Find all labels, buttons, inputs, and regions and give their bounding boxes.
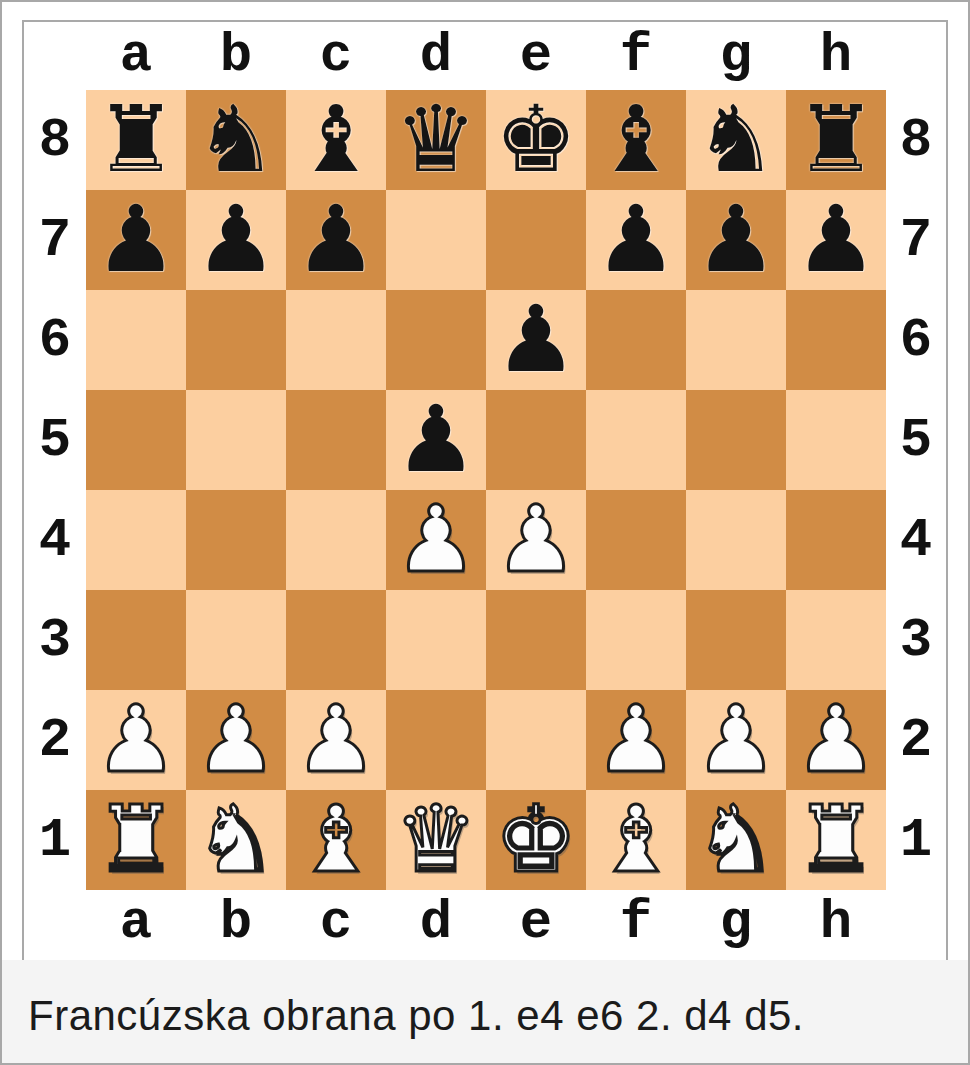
rank-label-1-left: 1 <box>24 790 86 890</box>
square-h3[interactable] <box>786 590 886 690</box>
square-f6[interactable] <box>586 290 686 390</box>
square-g8[interactable]: ♞ <box>686 90 786 190</box>
square-d1[interactable]: ♛ <box>386 790 486 890</box>
file-label-d-top: d <box>386 22 486 90</box>
square-h7[interactable]: ♟ <box>786 190 886 290</box>
square-c3[interactable] <box>286 590 386 690</box>
black-rook: ♜ <box>795 90 877 190</box>
corner-spacer <box>886 890 946 960</box>
square-g5[interactable] <box>686 390 786 490</box>
square-f7[interactable]: ♟ <box>586 190 686 290</box>
square-a7[interactable]: ♟ <box>86 190 186 290</box>
white-bishop: ♝ <box>595 790 677 890</box>
square-c6[interactable] <box>286 290 386 390</box>
square-e3[interactable] <box>486 590 586 690</box>
white-pawn: ♟ <box>295 690 377 790</box>
black-pawn: ♟ <box>595 190 677 290</box>
file-label-e-top: e <box>486 22 586 90</box>
white-king: ♚ <box>495 790 577 890</box>
white-knight: ♞ <box>195 790 277 890</box>
square-b5[interactable] <box>186 390 286 490</box>
square-f2[interactable]: ♟ <box>586 690 686 790</box>
caption: Francúzska obrana po 1. e4 e6 2. d4 d5. <box>2 960 968 1040</box>
caption-area: Francúzska obrana po 1. e4 e6 2. d4 d5. <box>2 960 968 1063</box>
square-b1[interactable]: ♞ <box>186 790 286 890</box>
file-label-c-top: c <box>286 22 386 90</box>
square-g1[interactable]: ♞ <box>686 790 786 890</box>
corner-spacer <box>24 890 86 960</box>
chess-board: abcdefgh8♜♞♝♛♚♝♞♜87♟♟♟♟♟♟76♟65♟54♟♟4332♟… <box>24 22 946 960</box>
square-b7[interactable]: ♟ <box>186 190 286 290</box>
rank-label-5-left: 5 <box>24 390 86 490</box>
file-label-g-top: g <box>686 22 786 90</box>
file-label-c-bottom: c <box>286 890 386 960</box>
rank-label-2-right: 2 <box>886 690 946 790</box>
square-c5[interactable] <box>286 390 386 490</box>
square-h5[interactable] <box>786 390 886 490</box>
white-pawn: ♟ <box>595 690 677 790</box>
rank-label-7-left: 7 <box>24 190 86 290</box>
rank-label-5-right: 5 <box>886 390 946 490</box>
white-pawn: ♟ <box>195 690 277 790</box>
square-e4[interactable]: ♟ <box>486 490 586 590</box>
chess-diagram-thumbnail: abcdefgh8♜♞♝♛♚♝♞♜87♟♟♟♟♟♟76♟65♟54♟♟4332♟… <box>0 0 970 1065</box>
square-g6[interactable] <box>686 290 786 390</box>
square-e5[interactable] <box>486 390 586 490</box>
rank-label-6-right: 6 <box>886 290 946 390</box>
file-label-a-bottom: a <box>86 890 186 960</box>
rank-label-7-right: 7 <box>886 190 946 290</box>
rank-label-6-left: 6 <box>24 290 86 390</box>
square-h4[interactable] <box>786 490 886 590</box>
square-a2[interactable]: ♟ <box>86 690 186 790</box>
square-a6[interactable] <box>86 290 186 390</box>
square-a3[interactable] <box>86 590 186 690</box>
square-h2[interactable]: ♟ <box>786 690 886 790</box>
square-d6[interactable] <box>386 290 486 390</box>
file-label-b-bottom: b <box>186 890 286 960</box>
square-b3[interactable] <box>186 590 286 690</box>
rank-label-2-left: 2 <box>24 690 86 790</box>
black-pawn: ♟ <box>195 190 277 290</box>
rank-label-4-right: 4 <box>886 490 946 590</box>
file-label-h-bottom: h <box>786 890 886 960</box>
file-label-b-top: b <box>186 22 286 90</box>
square-a5[interactable] <box>86 390 186 490</box>
black-pawn: ♟ <box>495 290 577 390</box>
file-label-d-bottom: d <box>386 890 486 960</box>
square-d2[interactable] <box>386 690 486 790</box>
black-pawn: ♟ <box>295 190 377 290</box>
square-g7[interactable]: ♟ <box>686 190 786 290</box>
square-e8[interactable]: ♚ <box>486 90 586 190</box>
file-label-f-top: f <box>586 22 686 90</box>
square-h8[interactable]: ♜ <box>786 90 886 190</box>
square-c2[interactable]: ♟ <box>286 690 386 790</box>
square-b4[interactable] <box>186 490 286 590</box>
square-f3[interactable] <box>586 590 686 690</box>
square-f4[interactable] <box>586 490 686 590</box>
square-d3[interactable] <box>386 590 486 690</box>
board-image-frame: abcdefgh8♜♞♝♛♚♝♞♜87♟♟♟♟♟♟76♟65♟54♟♟4332♟… <box>22 20 948 962</box>
square-e1[interactable]: ♚ <box>486 790 586 890</box>
corner-spacer <box>24 22 86 90</box>
square-e2[interactable] <box>486 690 586 790</box>
black-bishop: ♝ <box>595 90 677 190</box>
white-pawn: ♟ <box>95 690 177 790</box>
square-b6[interactable] <box>186 290 286 390</box>
black-king: ♚ <box>495 90 577 190</box>
file-label-a-top: a <box>86 22 186 90</box>
black-pawn: ♟ <box>95 190 177 290</box>
square-d8[interactable]: ♛ <box>386 90 486 190</box>
rank-label-4-left: 4 <box>24 490 86 590</box>
square-h1[interactable]: ♜ <box>786 790 886 890</box>
white-bishop: ♝ <box>295 790 377 890</box>
square-d7[interactable] <box>386 190 486 290</box>
white-pawn: ♟ <box>395 490 477 590</box>
white-pawn: ♟ <box>795 690 877 790</box>
white-rook: ♜ <box>795 790 877 890</box>
square-c7[interactable]: ♟ <box>286 190 386 290</box>
square-a1[interactable]: ♜ <box>86 790 186 890</box>
rank-label-3-right: 3 <box>886 590 946 690</box>
square-g3[interactable] <box>686 590 786 690</box>
square-g4[interactable] <box>686 490 786 590</box>
black-rook: ♜ <box>95 90 177 190</box>
square-c1[interactable]: ♝ <box>286 790 386 890</box>
square-c4[interactable] <box>286 490 386 590</box>
square-d4[interactable]: ♟ <box>386 490 486 590</box>
square-f8[interactable]: ♝ <box>586 90 686 190</box>
black-queen: ♛ <box>395 90 477 190</box>
white-pawn: ♟ <box>495 490 577 590</box>
square-a4[interactable] <box>86 490 186 590</box>
square-a8[interactable]: ♜ <box>86 90 186 190</box>
square-f5[interactable] <box>586 390 686 490</box>
white-pawn: ♟ <box>695 690 777 790</box>
square-h6[interactable] <box>786 290 886 390</box>
square-d5[interactable]: ♟ <box>386 390 486 490</box>
file-label-e-bottom: e <box>486 890 586 960</box>
corner-spacer <box>886 22 946 90</box>
square-b8[interactable]: ♞ <box>186 90 286 190</box>
rank-label-1-right: 1 <box>886 790 946 890</box>
black-pawn: ♟ <box>795 190 877 290</box>
black-pawn: ♟ <box>695 190 777 290</box>
black-pawn: ♟ <box>395 390 477 490</box>
black-knight: ♞ <box>695 90 777 190</box>
square-g2[interactable]: ♟ <box>686 690 786 790</box>
rank-label-8-right: 8 <box>886 90 946 190</box>
black-bishop: ♝ <box>295 90 377 190</box>
black-knight: ♞ <box>195 90 277 190</box>
file-label-g-bottom: g <box>686 890 786 960</box>
file-label-f-bottom: f <box>586 890 686 960</box>
file-label-h-top: h <box>786 22 886 90</box>
white-knight: ♞ <box>695 790 777 890</box>
square-e6[interactable]: ♟ <box>486 290 586 390</box>
rank-label-3-left: 3 <box>24 590 86 690</box>
white-queen: ♛ <box>395 790 477 890</box>
white-rook: ♜ <box>95 790 177 890</box>
square-e7[interactable] <box>486 190 586 290</box>
rank-label-8-left: 8 <box>24 90 86 190</box>
square-f1[interactable]: ♝ <box>586 790 686 890</box>
square-c8[interactable]: ♝ <box>286 90 386 190</box>
square-b2[interactable]: ♟ <box>186 690 286 790</box>
